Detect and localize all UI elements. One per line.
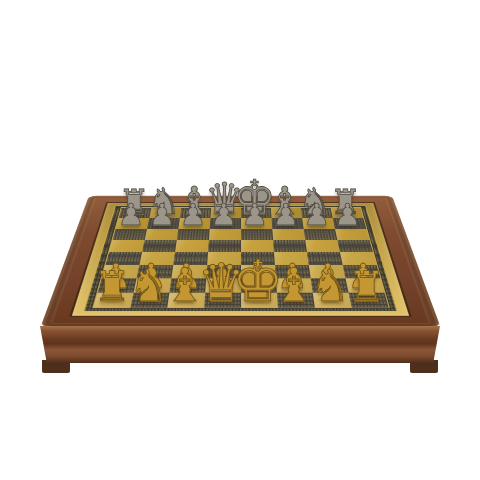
square-c6 [176, 228, 209, 239]
square-d4 [206, 252, 240, 265]
square-d2 [204, 278, 240, 292]
square-a6 [111, 228, 146, 239]
square-c7 [177, 217, 209, 228]
square-f4 [273, 252, 308, 265]
square-e8 [240, 207, 271, 217]
square-a8 [118, 207, 151, 217]
square-h5 [336, 240, 372, 252]
square-b4 [138, 252, 174, 265]
square-a2 [97, 278, 136, 292]
board-grid [92, 207, 387, 307]
square-c1 [166, 292, 204, 307]
square-a4 [104, 252, 141, 265]
square-e6 [240, 228, 272, 239]
brass-mat [71, 202, 408, 315]
square-a7 [115, 217, 149, 228]
square-d5 [207, 240, 240, 252]
square-d3 [205, 265, 240, 278]
square-d7 [209, 217, 240, 228]
product-photo: ♜♞♝♛♚♝♞♜♟♟♟♟♟♟♟♟♟♟♟♟♟♟♟♟♜♞♝♛♚♝♞♜ [0, 0, 480, 480]
square-b2 [133, 278, 171, 292]
square-h4 [339, 252, 376, 265]
square-d6 [208, 228, 240, 239]
frame-front-face [40, 326, 440, 363]
square-g1 [312, 292, 351, 307]
square-e4 [240, 252, 274, 265]
square-g2 [310, 278, 348, 292]
square-e2 [240, 278, 276, 292]
square-d8 [209, 207, 240, 217]
square-a1 [92, 292, 132, 307]
square-g3 [308, 265, 345, 278]
square-f2 [275, 278, 312, 292]
square-b7 [146, 217, 179, 228]
decorative-border [83, 205, 397, 311]
square-h2 [344, 278, 383, 292]
square-g8 [300, 207, 332, 217]
square-h6 [334, 228, 369, 239]
square-b6 [144, 228, 178, 239]
square-c3 [170, 265, 206, 278]
square-b1 [129, 292, 168, 307]
square-e7 [240, 217, 271, 228]
square-h8 [329, 207, 362, 217]
square-d1 [203, 292, 240, 307]
square-h7 [332, 217, 366, 228]
square-e1 [240, 292, 277, 307]
square-g6 [303, 228, 337, 239]
square-a3 [101, 265, 139, 278]
square-f7 [271, 217, 303, 228]
square-c5 [174, 240, 208, 252]
square-f8 [270, 207, 301, 217]
square-b3 [136, 265, 173, 278]
square-e5 [240, 240, 273, 252]
chess-board [40, 195, 440, 327]
square-f3 [274, 265, 310, 278]
square-b8 [148, 207, 180, 217]
square-h1 [347, 292, 387, 307]
square-f6 [271, 228, 304, 239]
square-c4 [172, 252, 207, 265]
square-b5 [141, 240, 176, 252]
square-f1 [276, 292, 314, 307]
square-f5 [272, 240, 306, 252]
square-g5 [304, 240, 339, 252]
square-c8 [179, 207, 210, 217]
square-g4 [306, 252, 342, 265]
square-a5 [108, 240, 144, 252]
square-h3 [342, 265, 380, 278]
square-e3 [240, 265, 275, 278]
square-c2 [168, 278, 205, 292]
square-g7 [301, 217, 334, 228]
